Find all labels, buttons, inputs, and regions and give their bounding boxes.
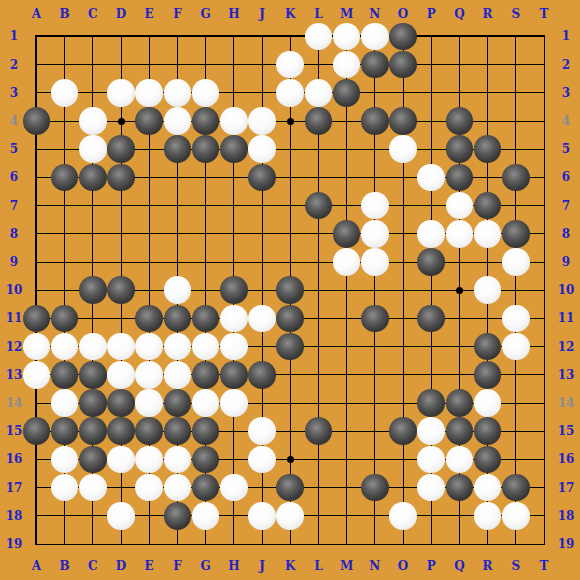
point-C8[interactable] [79, 220, 107, 248]
point-P7[interactable] [417, 192, 445, 220]
point-L10[interactable] [304, 276, 332, 304]
point-G6[interactable] [192, 163, 220, 191]
point-P17[interactable] [417, 474, 445, 502]
point-O11[interactable] [389, 304, 417, 332]
point-G16[interactable] [192, 445, 220, 473]
point-C15[interactable] [79, 417, 107, 445]
point-L7[interactable] [304, 192, 332, 220]
point-S9[interactable] [502, 248, 530, 276]
point-L14[interactable] [304, 389, 332, 417]
point-E5[interactable] [135, 135, 163, 163]
point-Q8[interactable] [445, 220, 473, 248]
point-E1[interactable] [135, 22, 163, 50]
point-J5[interactable] [248, 135, 276, 163]
point-D15[interactable] [107, 417, 135, 445]
point-D5[interactable] [107, 135, 135, 163]
point-H4[interactable] [220, 107, 248, 135]
point-E9[interactable] [135, 248, 163, 276]
point-O16[interactable] [389, 445, 417, 473]
point-J9[interactable] [248, 248, 276, 276]
point-E8[interactable] [135, 220, 163, 248]
point-F4[interactable] [163, 107, 191, 135]
point-Q10[interactable] [445, 276, 473, 304]
point-C10[interactable] [79, 276, 107, 304]
point-S2[interactable] [502, 51, 530, 79]
point-C13[interactable] [79, 361, 107, 389]
point-F3[interactable] [163, 79, 191, 107]
point-C18[interactable] [79, 502, 107, 530]
point-G14[interactable] [192, 389, 220, 417]
point-H12[interactable] [220, 333, 248, 361]
point-G3[interactable] [192, 79, 220, 107]
point-E6[interactable] [135, 163, 163, 191]
point-J12[interactable] [248, 333, 276, 361]
point-L15[interactable] [304, 417, 332, 445]
point-B6[interactable] [51, 163, 79, 191]
point-N13[interactable] [361, 361, 389, 389]
point-F8[interactable] [163, 220, 191, 248]
point-J7[interactable] [248, 192, 276, 220]
point-S10[interactable] [502, 276, 530, 304]
point-S1[interactable] [502, 22, 530, 50]
point-S17[interactable] [502, 474, 530, 502]
point-J11[interactable] [248, 304, 276, 332]
point-S19[interactable] [502, 530, 530, 558]
point-N8[interactable] [361, 220, 389, 248]
point-O19[interactable] [389, 530, 417, 558]
point-P9[interactable] [417, 248, 445, 276]
point-S12[interactable] [502, 333, 530, 361]
point-G15[interactable] [192, 417, 220, 445]
point-J17[interactable] [248, 474, 276, 502]
point-L1[interactable] [304, 22, 332, 50]
point-S14[interactable] [502, 389, 530, 417]
point-R17[interactable] [474, 474, 502, 502]
point-O3[interactable] [389, 79, 417, 107]
point-G9[interactable] [192, 248, 220, 276]
point-O5[interactable] [389, 135, 417, 163]
point-G12[interactable] [192, 333, 220, 361]
point-M19[interactable] [333, 530, 361, 558]
point-E10[interactable] [135, 276, 163, 304]
point-H6[interactable] [220, 163, 248, 191]
point-C5[interactable] [79, 135, 107, 163]
point-N2[interactable] [361, 51, 389, 79]
point-E3[interactable] [135, 79, 163, 107]
point-R19[interactable] [474, 530, 502, 558]
point-N7[interactable] [361, 192, 389, 220]
point-L3[interactable] [304, 79, 332, 107]
point-O18[interactable] [389, 502, 417, 530]
point-L2[interactable] [304, 51, 332, 79]
point-J19[interactable] [248, 530, 276, 558]
point-B7[interactable] [51, 192, 79, 220]
point-O1[interactable] [389, 22, 417, 50]
point-E7[interactable] [135, 192, 163, 220]
point-R9[interactable] [474, 248, 502, 276]
point-F11[interactable] [163, 304, 191, 332]
point-B8[interactable] [51, 220, 79, 248]
point-F19[interactable] [163, 530, 191, 558]
point-D9[interactable] [107, 248, 135, 276]
point-K19[interactable] [276, 530, 304, 558]
point-D10[interactable] [107, 276, 135, 304]
point-N15[interactable] [361, 417, 389, 445]
point-B13[interactable] [51, 361, 79, 389]
point-C6[interactable] [79, 163, 107, 191]
point-D2[interactable] [107, 51, 135, 79]
point-J16[interactable] [248, 445, 276, 473]
point-D8[interactable] [107, 220, 135, 248]
point-F18[interactable] [163, 502, 191, 530]
point-N12[interactable] [361, 333, 389, 361]
point-R13[interactable] [474, 361, 502, 389]
point-N3[interactable] [361, 79, 389, 107]
point-M18[interactable] [333, 502, 361, 530]
point-J1[interactable] [248, 22, 276, 50]
point-K15[interactable] [276, 417, 304, 445]
point-P12[interactable] [417, 333, 445, 361]
point-C14[interactable] [79, 389, 107, 417]
point-P15[interactable] [417, 417, 445, 445]
point-J3[interactable] [248, 79, 276, 107]
point-F17[interactable] [163, 474, 191, 502]
point-L9[interactable] [304, 248, 332, 276]
point-C11[interactable] [79, 304, 107, 332]
point-K7[interactable] [276, 192, 304, 220]
point-R11[interactable] [474, 304, 502, 332]
point-Q17[interactable] [445, 474, 473, 502]
point-L12[interactable] [304, 333, 332, 361]
point-E12[interactable] [135, 333, 163, 361]
point-H8[interactable] [220, 220, 248, 248]
point-M11[interactable] [333, 304, 361, 332]
point-H11[interactable] [220, 304, 248, 332]
point-F1[interactable] [163, 22, 191, 50]
point-G5[interactable] [192, 135, 220, 163]
point-N6[interactable] [361, 163, 389, 191]
point-C17[interactable] [79, 474, 107, 502]
point-B14[interactable] [51, 389, 79, 417]
point-Q9[interactable] [445, 248, 473, 276]
point-K2[interactable] [276, 51, 304, 79]
point-H7[interactable] [220, 192, 248, 220]
point-S6[interactable] [502, 163, 530, 191]
point-E11[interactable] [135, 304, 163, 332]
point-D7[interactable] [107, 192, 135, 220]
point-K8[interactable] [276, 220, 304, 248]
point-Q16[interactable] [445, 445, 473, 473]
point-M12[interactable] [333, 333, 361, 361]
point-B10[interactable] [51, 276, 79, 304]
point-P6[interactable] [417, 163, 445, 191]
point-S3[interactable] [502, 79, 530, 107]
point-Q18[interactable] [445, 502, 473, 530]
point-K12[interactable] [276, 333, 304, 361]
point-M3[interactable] [333, 79, 361, 107]
point-D17[interactable] [107, 474, 135, 502]
point-Q7[interactable] [445, 192, 473, 220]
point-N5[interactable] [361, 135, 389, 163]
point-Q6[interactable] [445, 163, 473, 191]
point-M15[interactable] [333, 417, 361, 445]
point-F7[interactable] [163, 192, 191, 220]
point-R18[interactable] [474, 502, 502, 530]
point-M9[interactable] [333, 248, 361, 276]
point-C2[interactable] [79, 51, 107, 79]
point-P2[interactable] [417, 51, 445, 79]
point-D13[interactable] [107, 361, 135, 389]
point-O4[interactable] [389, 107, 417, 135]
point-P13[interactable] [417, 361, 445, 389]
point-G1[interactable] [192, 22, 220, 50]
point-K18[interactable] [276, 502, 304, 530]
point-L4[interactable] [304, 107, 332, 135]
point-K6[interactable] [276, 163, 304, 191]
point-Q11[interactable] [445, 304, 473, 332]
point-G11[interactable] [192, 304, 220, 332]
point-C4[interactable] [79, 107, 107, 135]
point-F9[interactable] [163, 248, 191, 276]
point-R10[interactable] [474, 276, 502, 304]
point-M14[interactable] [333, 389, 361, 417]
point-H17[interactable] [220, 474, 248, 502]
point-H9[interactable] [220, 248, 248, 276]
point-B16[interactable] [51, 445, 79, 473]
point-H5[interactable] [220, 135, 248, 163]
point-E14[interactable] [135, 389, 163, 417]
point-S8[interactable] [502, 220, 530, 248]
point-N16[interactable] [361, 445, 389, 473]
point-K13[interactable] [276, 361, 304, 389]
point-H2[interactable] [220, 51, 248, 79]
point-D3[interactable] [107, 79, 135, 107]
point-C19[interactable] [79, 530, 107, 558]
point-H15[interactable] [220, 417, 248, 445]
point-P8[interactable] [417, 220, 445, 248]
point-J2[interactable] [248, 51, 276, 79]
point-C3[interactable] [79, 79, 107, 107]
point-D6[interactable] [107, 163, 135, 191]
point-S5[interactable] [502, 135, 530, 163]
point-Q12[interactable] [445, 333, 473, 361]
point-O7[interactable] [389, 192, 417, 220]
point-R1[interactable] [474, 22, 502, 50]
point-L18[interactable] [304, 502, 332, 530]
point-M17[interactable] [333, 474, 361, 502]
point-B3[interactable] [51, 79, 79, 107]
point-L19[interactable] [304, 530, 332, 558]
point-N17[interactable] [361, 474, 389, 502]
point-N18[interactable] [361, 502, 389, 530]
point-D11[interactable] [107, 304, 135, 332]
point-S16[interactable] [502, 445, 530, 473]
point-F6[interactable] [163, 163, 191, 191]
point-P11[interactable] [417, 304, 445, 332]
point-E2[interactable] [135, 51, 163, 79]
point-E15[interactable] [135, 417, 163, 445]
point-M16[interactable] [333, 445, 361, 473]
point-B9[interactable] [51, 248, 79, 276]
point-G2[interactable] [192, 51, 220, 79]
point-O12[interactable] [389, 333, 417, 361]
point-G18[interactable] [192, 502, 220, 530]
point-D12[interactable] [107, 333, 135, 361]
point-Q2[interactable] [445, 51, 473, 79]
point-C1[interactable] [79, 22, 107, 50]
point-J6[interactable] [248, 163, 276, 191]
point-R8[interactable] [474, 220, 502, 248]
point-B15[interactable] [51, 417, 79, 445]
point-S11[interactable] [502, 304, 530, 332]
point-Q19[interactable] [445, 530, 473, 558]
point-L6[interactable] [304, 163, 332, 191]
point-L8[interactable] [304, 220, 332, 248]
point-G8[interactable] [192, 220, 220, 248]
point-J10[interactable] [248, 276, 276, 304]
point-M8[interactable] [333, 220, 361, 248]
point-N19[interactable] [361, 530, 389, 558]
point-B19[interactable] [51, 530, 79, 558]
point-D19[interactable] [107, 530, 135, 558]
point-R4[interactable] [474, 107, 502, 135]
point-D4[interactable] [107, 107, 135, 135]
point-K1[interactable] [276, 22, 304, 50]
point-P18[interactable] [417, 502, 445, 530]
point-B18[interactable] [51, 502, 79, 530]
point-P16[interactable] [417, 445, 445, 473]
point-C9[interactable] [79, 248, 107, 276]
point-C7[interactable] [79, 192, 107, 220]
point-N1[interactable] [361, 22, 389, 50]
point-R6[interactable] [474, 163, 502, 191]
point-M2[interactable] [333, 51, 361, 79]
point-P10[interactable] [417, 276, 445, 304]
point-R3[interactable] [474, 79, 502, 107]
point-Q14[interactable] [445, 389, 473, 417]
point-H18[interactable] [220, 502, 248, 530]
point-D16[interactable] [107, 445, 135, 473]
point-K3[interactable] [276, 79, 304, 107]
point-Q3[interactable] [445, 79, 473, 107]
point-N14[interactable] [361, 389, 389, 417]
point-H3[interactable] [220, 79, 248, 107]
point-N10[interactable] [361, 276, 389, 304]
point-N4[interactable] [361, 107, 389, 135]
point-L11[interactable] [304, 304, 332, 332]
point-L16[interactable] [304, 445, 332, 473]
point-J13[interactable] [248, 361, 276, 389]
point-J8[interactable] [248, 220, 276, 248]
point-K4[interactable] [276, 107, 304, 135]
point-F13[interactable] [163, 361, 191, 389]
point-F10[interactable] [163, 276, 191, 304]
point-F15[interactable] [163, 417, 191, 445]
point-P5[interactable] [417, 135, 445, 163]
point-K9[interactable] [276, 248, 304, 276]
point-O15[interactable] [389, 417, 417, 445]
point-P4[interactable] [417, 107, 445, 135]
point-H10[interactable] [220, 276, 248, 304]
point-B17[interactable] [51, 474, 79, 502]
point-O17[interactable] [389, 474, 417, 502]
point-F12[interactable] [163, 333, 191, 361]
point-P1[interactable] [417, 22, 445, 50]
point-K5[interactable] [276, 135, 304, 163]
point-K17[interactable] [276, 474, 304, 502]
point-M5[interactable] [333, 135, 361, 163]
point-G19[interactable] [192, 530, 220, 558]
point-S18[interactable] [502, 502, 530, 530]
point-G13[interactable] [192, 361, 220, 389]
point-E4[interactable] [135, 107, 163, 135]
point-F14[interactable] [163, 389, 191, 417]
point-B1[interactable] [51, 22, 79, 50]
point-E16[interactable] [135, 445, 163, 473]
point-J15[interactable] [248, 417, 276, 445]
point-S4[interactable] [502, 107, 530, 135]
point-O2[interactable] [389, 51, 417, 79]
point-G4[interactable] [192, 107, 220, 135]
point-R5[interactable] [474, 135, 502, 163]
point-F16[interactable] [163, 445, 191, 473]
point-K10[interactable] [276, 276, 304, 304]
point-M1[interactable] [333, 22, 361, 50]
point-H19[interactable] [220, 530, 248, 558]
point-F2[interactable] [163, 51, 191, 79]
point-S13[interactable] [502, 361, 530, 389]
point-O14[interactable] [389, 389, 417, 417]
point-D14[interactable] [107, 389, 135, 417]
point-Q1[interactable] [445, 22, 473, 50]
point-M13[interactable] [333, 361, 361, 389]
point-R16[interactable] [474, 445, 502, 473]
point-F5[interactable] [163, 135, 191, 163]
point-J14[interactable] [248, 389, 276, 417]
point-H16[interactable] [220, 445, 248, 473]
point-E13[interactable] [135, 361, 163, 389]
point-P14[interactable] [417, 389, 445, 417]
point-J18[interactable] [248, 502, 276, 530]
point-B5[interactable] [51, 135, 79, 163]
point-H1[interactable] [220, 22, 248, 50]
point-P19[interactable] [417, 530, 445, 558]
point-C12[interactable] [79, 333, 107, 361]
point-B12[interactable] [51, 333, 79, 361]
point-M6[interactable] [333, 163, 361, 191]
point-N9[interactable] [361, 248, 389, 276]
point-N11[interactable] [361, 304, 389, 332]
point-E19[interactable] [135, 530, 163, 558]
point-Q13[interactable] [445, 361, 473, 389]
point-K14[interactable] [276, 389, 304, 417]
point-B11[interactable] [51, 304, 79, 332]
point-E17[interactable] [135, 474, 163, 502]
point-D1[interactable] [107, 22, 135, 50]
point-O13[interactable] [389, 361, 417, 389]
point-O10[interactable] [389, 276, 417, 304]
point-Q15[interactable] [445, 417, 473, 445]
point-K16[interactable] [276, 445, 304, 473]
point-S15[interactable] [502, 417, 530, 445]
point-L17[interactable] [304, 474, 332, 502]
point-S7[interactable] [502, 192, 530, 220]
point-M7[interactable] [333, 192, 361, 220]
point-D18[interactable] [107, 502, 135, 530]
point-O9[interactable] [389, 248, 417, 276]
point-G17[interactable] [192, 474, 220, 502]
point-K11[interactable] [276, 304, 304, 332]
